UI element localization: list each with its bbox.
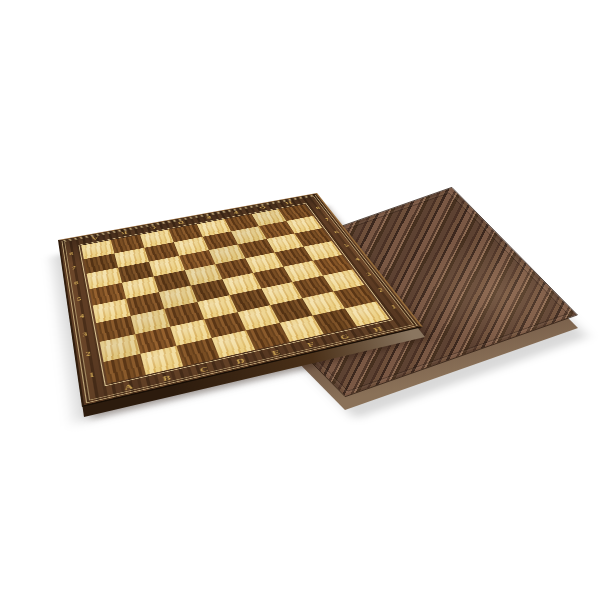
product-photo: AABBCCDDEEFFGGHH8877665544332211: [0, 0, 600, 600]
